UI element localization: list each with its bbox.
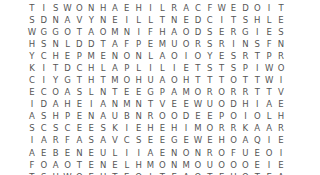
grid-cell[interactable]: E	[263, 26, 275, 38]
grid-cell[interactable]: R	[275, 50, 287, 62]
grid-cell[interactable]: H	[275, 111, 287, 123]
grid-cell[interactable]: H	[133, 2, 145, 14]
grid-cell[interactable]: E	[85, 123, 97, 135]
grid-cell[interactable]: A	[50, 159, 62, 171]
grid-cell[interactable]: L	[109, 147, 121, 159]
grid-cell[interactable]: E	[216, 26, 228, 38]
grid-cell[interactable]: H	[62, 99, 74, 111]
grid-cell[interactable]: L	[133, 62, 145, 74]
grid-cell[interactable]: W	[26, 26, 38, 38]
grid-cell[interactable]: L	[133, 14, 145, 26]
grid-cell[interactable]: H	[50, 171, 62, 175]
grid-cell[interactable]: U	[109, 111, 121, 123]
grid-cell[interactable]: M	[109, 26, 121, 38]
grid-cell[interactable]: C	[121, 135, 133, 147]
grid-cell[interactable]: E	[145, 135, 157, 147]
grid-cell[interactable]: F	[121, 38, 133, 50]
grid-cell[interactable]: W	[62, 171, 74, 175]
grid-cell[interactable]: D	[73, 38, 85, 50]
grid-cell[interactable]: A	[50, 99, 62, 111]
grid-cell[interactable]: M	[85, 50, 97, 62]
grid-cell[interactable]: O	[192, 86, 204, 98]
grid-cell[interactable]: O	[121, 50, 133, 62]
grid-cell[interactable]: N	[97, 86, 109, 98]
grid-cell[interactable]: A	[251, 123, 263, 135]
grid-cell[interactable]: R	[228, 26, 240, 38]
grid-cell[interactable]: O	[38, 159, 50, 171]
grid-cell[interactable]: T	[239, 74, 251, 86]
grid-cell[interactable]: I	[38, 62, 50, 74]
grid-cell[interactable]: C	[38, 123, 50, 135]
grid-cell[interactable]: O	[275, 62, 287, 74]
grid-cell[interactable]: T	[156, 14, 168, 26]
grid-cell[interactable]: Y	[50, 74, 62, 86]
grid-cell[interactable]: A	[97, 135, 109, 147]
grid-cell[interactable]: O	[168, 74, 180, 86]
grid-cell[interactable]: O	[180, 38, 192, 50]
grid-cell[interactable]: R	[216, 38, 228, 50]
grid-cell[interactable]: A	[38, 135, 50, 147]
grid-cell[interactable]: S	[85, 135, 97, 147]
grid-cell[interactable]: E	[121, 2, 133, 14]
grid-cell[interactable]: A	[109, 2, 121, 14]
grid-cell[interactable]: S	[38, 38, 50, 50]
grid-cell[interactable]: L	[121, 159, 133, 171]
grid-cell[interactable]: E	[73, 99, 85, 111]
grid-cell[interactable]: E	[97, 50, 109, 62]
grid-cell[interactable]: O	[180, 26, 192, 38]
grid-cell[interactable]: O	[216, 147, 228, 159]
grid-cell[interactable]: P	[133, 38, 145, 50]
grid-cell[interactable]: H	[85, 62, 97, 74]
grid-cell[interactable]: I	[275, 74, 287, 86]
grid-cell[interactable]: S	[204, 62, 216, 74]
grid-cell[interactable]: O	[73, 2, 85, 14]
grid-cell[interactable]: E	[145, 38, 157, 50]
grid-cell[interactable]: R	[275, 123, 287, 135]
grid-cell[interactable]: O	[121, 74, 133, 86]
grid-cell[interactable]: Y	[85, 14, 97, 26]
grid-cell[interactable]: E	[85, 159, 97, 171]
grid-cell[interactable]: T	[73, 26, 85, 38]
grid-cell[interactable]: Y	[26, 50, 38, 62]
grid-cell[interactable]: T	[109, 86, 121, 98]
grid-cell[interactable]: T	[156, 171, 168, 175]
grid-cell[interactable]: R	[216, 123, 228, 135]
grid-cell[interactable]: E	[121, 86, 133, 98]
grid-cell[interactable]: E	[156, 135, 168, 147]
grid-cell[interactable]: R	[145, 111, 157, 123]
grid-cell[interactable]: V	[275, 86, 287, 98]
grid-cell[interactable]: I	[263, 159, 275, 171]
grid-cell[interactable]: E	[109, 14, 121, 26]
grid-cell[interactable]: O	[216, 86, 228, 98]
grid-cell[interactable]: O	[228, 111, 240, 123]
grid-cell[interactable]: I	[145, 62, 157, 74]
grid-cell[interactable]: A	[239, 135, 251, 147]
grid-cell[interactable]: A	[168, 86, 180, 98]
grid-cell[interactable]: O	[192, 171, 204, 175]
grid-cell[interactable]: N	[192, 147, 204, 159]
grid-cell[interactable]: L	[156, 2, 168, 14]
grid-cell[interactable]: R	[204, 147, 216, 159]
grid-cell[interactable]: W	[263, 62, 275, 74]
grid-cell[interactable]: U	[239, 147, 251, 159]
grid-cell[interactable]: N	[73, 147, 85, 159]
grid-cell[interactable]: O	[168, 50, 180, 62]
grid-cell[interactable]: N	[168, 14, 180, 26]
grid-cell[interactable]: R	[239, 86, 251, 98]
grid-cell[interactable]: T	[73, 74, 85, 86]
grid-cell[interactable]: C	[38, 50, 50, 62]
grid-cell[interactable]: P	[156, 86, 168, 98]
grid-cell[interactable]: T	[204, 74, 216, 86]
grid-cell[interactable]: A	[97, 111, 109, 123]
grid-cell[interactable]: I	[275, 147, 287, 159]
grid-cell[interactable]: N	[239, 38, 251, 50]
grid-cell[interactable]: D	[38, 14, 50, 26]
grid-cell[interactable]: T	[263, 86, 275, 98]
grid-cell[interactable]: A	[109, 38, 121, 50]
grid-cell[interactable]: E	[216, 50, 228, 62]
grid-cell[interactable]: I	[263, 135, 275, 147]
grid-cell[interactable]: H	[50, 111, 62, 123]
grid-cell[interactable]: A	[97, 99, 109, 111]
grid-cell[interactable]: N	[85, 2, 97, 14]
grid-cell[interactable]: R	[168, 2, 180, 14]
grid-cell[interactable]: H	[133, 159, 145, 171]
grid-cell[interactable]: B	[50, 147, 62, 159]
grid-cell[interactable]: G	[239, 26, 251, 38]
grid-cell[interactable]: P	[216, 111, 228, 123]
grid-cell[interactable]: T	[145, 99, 157, 111]
grid-cell[interactable]: C	[204, 14, 216, 26]
grid-cell[interactable]: R	[192, 38, 204, 50]
grid-cell[interactable]: D	[38, 99, 50, 111]
grid-cell[interactable]: I	[216, 14, 228, 26]
grid-cell[interactable]: N	[275, 38, 287, 50]
grid-cell[interactable]: N	[168, 159, 180, 171]
grid-cell[interactable]: S	[228, 62, 240, 74]
grid-cell[interactable]: I	[121, 147, 133, 159]
grid-cell[interactable]: F	[263, 38, 275, 50]
grid-cell[interactable]: C	[73, 62, 85, 74]
grid-cell[interactable]: O	[192, 159, 204, 171]
grid-cell[interactable]: D	[192, 26, 204, 38]
grid-cell[interactable]: T	[228, 14, 240, 26]
grid-cell[interactable]: E	[275, 14, 287, 26]
grid-cell[interactable]: T	[26, 171, 38, 175]
grid-cell[interactable]: O	[239, 159, 251, 171]
grid-cell[interactable]: L	[145, 50, 157, 62]
grid-cell[interactable]: W	[192, 135, 204, 147]
grid-cell[interactable]: O	[156, 111, 168, 123]
grid-cell[interactable]: E	[275, 135, 287, 147]
grid-cell[interactable]: W	[192, 99, 204, 111]
grid-cell[interactable]: M	[121, 99, 133, 111]
grid-cell[interactable]: M	[180, 86, 192, 98]
grid-cell[interactable]: A	[263, 99, 275, 111]
grid-cell[interactable]: S	[275, 26, 287, 38]
grid-cell[interactable]: M	[180, 159, 192, 171]
grid-cell[interactable]: N	[133, 111, 145, 123]
grid-cell[interactable]: E	[228, 2, 240, 14]
grid-cell[interactable]: I	[251, 26, 263, 38]
grid-cell[interactable]: F	[228, 147, 240, 159]
grid-cell[interactable]: L	[156, 62, 168, 74]
grid-cell[interactable]: O	[228, 135, 240, 147]
grid-cell[interactable]: L	[263, 111, 275, 123]
grid-cell[interactable]: T	[109, 171, 121, 175]
grid-cell[interactable]: I	[251, 62, 263, 74]
grid-cell[interactable]: I	[121, 123, 133, 135]
grid-cell[interactable]: O	[251, 2, 263, 14]
grid-cell[interactable]: O	[133, 171, 145, 175]
grid-cell[interactable]: O	[180, 147, 192, 159]
grid-cell[interactable]: M	[145, 159, 157, 171]
grid-cell[interactable]: T	[275, 2, 287, 14]
grid-cell[interactable]: A	[180, 171, 192, 175]
grid-cell[interactable]: I	[228, 38, 240, 50]
grid-cell[interactable]: E	[204, 135, 216, 147]
grid-cell[interactable]: G	[145, 86, 157, 98]
grid-cell[interactable]: T	[251, 74, 263, 86]
grid-cell[interactable]: I	[38, 74, 50, 86]
grid-cell[interactable]: F	[26, 159, 38, 171]
grid-cell[interactable]: O	[263, 147, 275, 159]
grid-cell[interactable]: O	[228, 159, 240, 171]
grid-cell[interactable]: O	[239, 171, 251, 175]
grid-cell[interactable]: V	[156, 99, 168, 111]
grid-cell[interactable]: D	[62, 62, 74, 74]
grid-cell[interactable]: O	[251, 111, 263, 123]
grid-cell[interactable]: N	[97, 159, 109, 171]
grid-cell[interactable]: U	[204, 159, 216, 171]
grid-cell[interactable]: A	[263, 123, 275, 135]
grid-cell[interactable]: T	[26, 2, 38, 14]
grid-cell[interactable]: S	[73, 86, 85, 98]
grid-cell[interactable]: E	[62, 50, 74, 62]
grid-cell[interactable]: P	[263, 50, 275, 62]
grid-cell[interactable]: E	[73, 123, 85, 135]
grid-cell[interactable]: E	[26, 86, 38, 98]
grid-cell[interactable]: H	[216, 135, 228, 147]
grid-cell[interactable]: G	[38, 26, 50, 38]
grid-cell[interactable]: I	[145, 2, 157, 14]
grid-cell[interactable]: P	[62, 111, 74, 123]
grid-cell[interactable]: E	[133, 123, 145, 135]
grid-cell[interactable]: E	[180, 14, 192, 26]
grid-cell[interactable]: E	[168, 171, 180, 175]
grid-cell[interactable]: H	[180, 74, 192, 86]
grid-cell[interactable]: E	[263, 171, 275, 175]
grid-cell[interactable]: I	[38, 2, 50, 14]
grid-cell[interactable]: U	[204, 99, 216, 111]
grid-cell[interactable]: E	[62, 147, 74, 159]
grid-cell[interactable]: S	[26, 14, 38, 26]
grid-cell[interactable]: H	[251, 14, 263, 26]
grid-cell[interactable]: E	[85, 171, 97, 175]
grid-cell[interactable]: U	[145, 74, 157, 86]
grid-cell[interactable]: T	[204, 171, 216, 175]
grid-cell[interactable]: H	[85, 74, 97, 86]
grid-cell[interactable]: E	[38, 147, 50, 159]
grid-cell[interactable]: N	[168, 147, 180, 159]
grid-cell[interactable]: N	[85, 111, 97, 123]
grid-cell[interactable]: D	[85, 38, 97, 50]
grid-cell[interactable]: F	[204, 2, 216, 14]
grid-cell[interactable]: P	[239, 62, 251, 74]
grid-cell[interactable]: A	[26, 147, 38, 159]
grid-cell[interactable]: K	[109, 123, 121, 135]
grid-cell[interactable]: E	[251, 159, 263, 171]
grid-cell[interactable]: E	[85, 147, 97, 159]
grid-cell[interactable]: D	[228, 99, 240, 111]
grid-cell[interactable]: H	[97, 2, 109, 14]
grid-cell[interactable]: I	[145, 171, 157, 175]
grid-cell[interactable]: N	[133, 99, 145, 111]
grid-cell[interactable]: F	[145, 26, 157, 38]
grid-cell[interactable]: I	[180, 123, 192, 135]
grid-cell[interactable]: R	[239, 50, 251, 62]
grid-cell[interactable]: I	[121, 14, 133, 26]
grid-cell[interactable]: H	[239, 99, 251, 111]
grid-cell[interactable]: S	[38, 171, 50, 175]
grid-cell[interactable]: O	[62, 159, 74, 171]
grid-cell[interactable]: T	[97, 74, 109, 86]
grid-cell[interactable]: E	[180, 62, 192, 74]
grid-cell[interactable]: K	[239, 123, 251, 135]
grid-cell[interactable]: T	[97, 38, 109, 50]
grid-cell[interactable]: A	[62, 86, 74, 98]
grid-cell[interactable]: H	[26, 38, 38, 50]
grid-cell[interactable]: N	[50, 38, 62, 50]
grid-cell[interactable]: N	[133, 50, 145, 62]
grid-cell[interactable]: O	[204, 123, 216, 135]
grid-cell[interactable]: S	[50, 123, 62, 135]
grid-cell[interactable]: W	[62, 2, 74, 14]
grid-cell[interactable]: P	[121, 62, 133, 74]
grid-cell[interactable]: A	[85, 26, 97, 38]
grid-cell[interactable]: E	[73, 111, 85, 123]
grid-cell[interactable]: I	[168, 62, 180, 74]
grid-cell[interactable]: L	[97, 62, 109, 74]
grid-cell[interactable]: H	[168, 123, 180, 135]
grid-cell[interactable]: O	[216, 99, 228, 111]
grid-cell[interactable]: F	[62, 135, 74, 147]
grid-cell[interactable]: I	[239, 111, 251, 123]
grid-cell[interactable]: S	[50, 2, 62, 14]
grid-cell[interactable]: M	[192, 123, 204, 135]
grid-cell[interactable]: E	[275, 99, 287, 111]
grid-cell[interactable]: N	[109, 50, 121, 62]
grid-cell[interactable]: I	[85, 99, 97, 111]
grid-cell[interactable]: I	[133, 147, 145, 159]
grid-cell[interactable]: V	[73, 14, 85, 26]
grid-cell[interactable]: I	[26, 99, 38, 111]
grid-cell[interactable]: A	[145, 147, 157, 159]
grid-cell[interactable]: T	[216, 62, 228, 74]
grid-cell[interactable]: H	[156, 26, 168, 38]
grid-cell[interactable]: E	[109, 159, 121, 171]
grid-cell[interactable]: A	[180, 2, 192, 14]
grid-cell[interactable]: W	[263, 74, 275, 86]
grid-cell[interactable]: S	[97, 123, 109, 135]
grid-cell[interactable]: H	[145, 123, 157, 135]
grid-cell[interactable]: C	[38, 86, 50, 98]
grid-cell[interactable]: A	[62, 14, 74, 26]
grid-cell[interactable]: O	[228, 74, 240, 86]
grid-cell[interactable]: E	[168, 99, 180, 111]
grid-cell[interactable]: Y	[204, 50, 216, 62]
grid-cell[interactable]: R	[50, 135, 62, 147]
grid-cell[interactable]: L	[62, 38, 74, 50]
grid-cell[interactable]: S	[251, 38, 263, 50]
grid-cell[interactable]: E	[216, 171, 228, 175]
grid-cell[interactable]: I	[180, 50, 192, 62]
grid-cell[interactable]: T	[192, 74, 204, 86]
grid-cell[interactable]: D	[239, 2, 251, 14]
grid-cell[interactable]: K	[26, 62, 38, 74]
grid-cell[interactable]: T	[216, 74, 228, 86]
grid-cell[interactable]: S	[133, 135, 145, 147]
grid-cell[interactable]: C	[192, 2, 204, 14]
grid-cell[interactable]: S	[38, 111, 50, 123]
grid-cell[interactable]: N	[50, 14, 62, 26]
grid-cell[interactable]: H	[228, 171, 240, 175]
grid-cell[interactable]: A	[275, 171, 287, 175]
grid-cell[interactable]: E	[192, 111, 204, 123]
grid-cell[interactable]: H	[133, 74, 145, 86]
grid-cell[interactable]: R	[228, 86, 240, 98]
grid-cell[interactable]: T	[50, 62, 62, 74]
grid-cell[interactable]: B	[121, 111, 133, 123]
grid-cell[interactable]: O	[192, 50, 204, 62]
grid-cell[interactable]: S	[239, 14, 251, 26]
grid-cell[interactable]: E	[275, 159, 287, 171]
grid-cell[interactable]: U	[168, 38, 180, 50]
grid-cell[interactable]: T	[192, 62, 204, 74]
grid-cell[interactable]: M	[109, 74, 121, 86]
grid-cell[interactable]: I	[26, 135, 38, 147]
grid-cell[interactable]: O	[50, 86, 62, 98]
grid-cell[interactable]: O	[156, 159, 168, 171]
grid-cell[interactable]: R	[204, 86, 216, 98]
grid-cell[interactable]: S	[204, 26, 216, 38]
grid-cell[interactable]: A	[168, 26, 180, 38]
grid-cell[interactable]: I	[133, 26, 145, 38]
grid-cell[interactable]: E	[180, 135, 192, 147]
grid-cell[interactable]: L	[263, 14, 275, 26]
grid-cell[interactable]: D	[192, 14, 204, 26]
grid-cell[interactable]: E	[204, 111, 216, 123]
grid-cell[interactable]: L	[85, 86, 97, 98]
grid-cell[interactable]: S	[204, 38, 216, 50]
grid-cell[interactable]: T	[251, 86, 263, 98]
grid-cell[interactable]: L	[145, 14, 157, 26]
grid-cell[interactable]: U	[97, 147, 109, 159]
grid-cell[interactable]: O	[62, 26, 74, 38]
grid-cell[interactable]: O	[168, 111, 180, 123]
grid-cell[interactable]: A	[156, 74, 168, 86]
grid-cell[interactable]: C	[62, 123, 74, 135]
grid-cell[interactable]: H	[97, 171, 109, 175]
grid-cell[interactable]: T	[251, 50, 263, 62]
grid-cell[interactable]: O	[97, 26, 109, 38]
grid-cell[interactable]: I	[251, 99, 263, 111]
grid-cell[interactable]: A	[109, 62, 121, 74]
grid-cell[interactable]: T	[73, 159, 85, 171]
